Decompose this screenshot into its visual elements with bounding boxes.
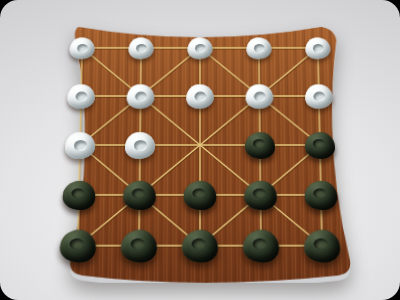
point-r4c4[interactable]: ●	[230, 170, 291, 220]
point-r5c4[interactable]: ●	[230, 220, 292, 271]
white-piece[interactable]: ●	[188, 37, 213, 59]
photo-frame: Alquerque board, starting position	[0, 0, 400, 300]
black-piece[interactable]: ●	[121, 229, 157, 262]
black-piece[interactable]: ●	[123, 180, 156, 209]
point-r2c2[interactable]: ●	[110, 72, 170, 121]
game-caption: Alquerque board, starting position	[0, 16, 1, 17]
black-piece[interactable]: ●	[245, 132, 275, 159]
white-piece[interactable]: ●	[305, 37, 330, 59]
scene-background: Alquerque board, starting position	[0, 0, 400, 300]
point-r4c5[interactable]: ●	[290, 170, 352, 220]
white-piece[interactable]: ●	[65, 132, 96, 159]
point-r3c1[interactable]: ●	[49, 120, 110, 169]
point-r4c1[interactable]: ●	[48, 170, 110, 220]
point-r1c2[interactable]: ●	[111, 24, 170, 72]
point-r2c5[interactable]: ●	[289, 72, 349, 121]
black-piece[interactable]: ●	[182, 229, 218, 262]
white-piece[interactable]: ●	[305, 84, 333, 108]
point-r3c4[interactable]: ●	[230, 120, 290, 169]
point-r4c3[interactable]: ●	[170, 170, 231, 220]
point-r5c1[interactable]: ●	[47, 220, 109, 271]
point-r2c4[interactable]: ●	[230, 72, 290, 121]
white-piece[interactable]: ●	[246, 84, 274, 108]
black-piece[interactable]: ●	[304, 229, 341, 262]
black-piece[interactable]: ●	[62, 180, 95, 209]
point-r1c5[interactable]: ●	[288, 24, 348, 72]
point-r3c3[interactable]	[170, 120, 230, 169]
white-piece[interactable]: ●	[129, 37, 154, 59]
white-piece[interactable]: ●	[246, 37, 271, 59]
black-piece[interactable]: ●	[244, 180, 277, 209]
point-r1c1[interactable]: ●	[52, 24, 112, 72]
black-piece[interactable]: ●	[243, 229, 279, 262]
white-piece[interactable]: ●	[67, 84, 95, 108]
point-r5c3[interactable]: ●	[169, 220, 230, 271]
point-r1c3[interactable]: ●	[170, 24, 229, 72]
point-r3c2[interactable]: ●	[110, 120, 170, 169]
point-r1c4[interactable]: ●	[229, 24, 288, 72]
black-piece[interactable]: ●	[305, 132, 336, 159]
black-piece[interactable]: ●	[304, 180, 337, 209]
point-r4c2[interactable]: ●	[109, 170, 170, 220]
white-piece[interactable]: ●	[186, 84, 213, 108]
board-grid: ●●●●●●●●●●●●●●●●●●●●●●●●	[47, 24, 353, 271]
point-r5c2[interactable]: ●	[108, 220, 170, 271]
white-piece[interactable]: ●	[125, 132, 155, 159]
point-r2c3[interactable]: ●	[170, 72, 230, 121]
white-piece[interactable]: ●	[127, 84, 155, 108]
alquerque-board: ●●●●●●●●●●●●●●●●●●●●●●●●	[36, 21, 364, 283]
white-piece[interactable]: ●	[70, 37, 95, 59]
black-piece[interactable]: ●	[60, 229, 97, 262]
point-r3c5[interactable]: ●	[290, 120, 351, 169]
point-r5c5[interactable]: ●	[291, 220, 353, 271]
black-piece[interactable]: ●	[184, 180, 217, 209]
point-r2c1[interactable]: ●	[51, 72, 111, 121]
